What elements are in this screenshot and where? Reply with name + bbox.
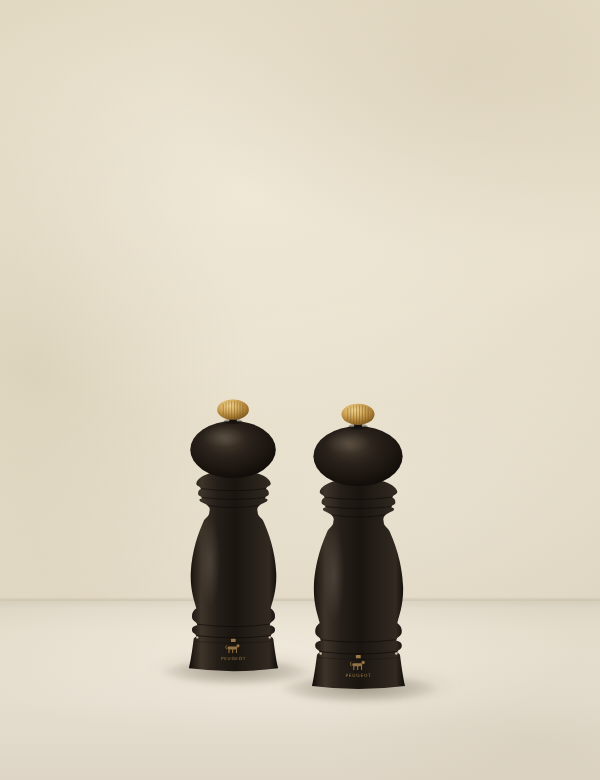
- brand-label: PEUGEOT: [221, 656, 246, 661]
- plaster-wall: [0, 0, 600, 602]
- brand-label: PEUGEOT: [346, 673, 372, 678]
- brass-knob: [217, 400, 249, 420]
- body-sheen: [324, 527, 345, 622]
- left-mill: PEUGEOT: [187, 398, 280, 674]
- body-sheen: [200, 517, 220, 607]
- adjustment-dot-left: [319, 652, 322, 655]
- head-highlight: [202, 425, 245, 448]
- right-mill: PEUGEOT: [310, 402, 407, 692]
- head-highlight: [326, 431, 371, 455]
- uselect-mark: [356, 655, 361, 658]
- adjustment-dot-right: [395, 652, 398, 655]
- scene: PEUGEOT: [0, 0, 600, 780]
- adjustment-dot-left: [196, 636, 198, 638]
- brass-knob: [342, 404, 375, 425]
- adjustment-dot-right: [269, 636, 271, 638]
- uselect-mark: [231, 639, 236, 642]
